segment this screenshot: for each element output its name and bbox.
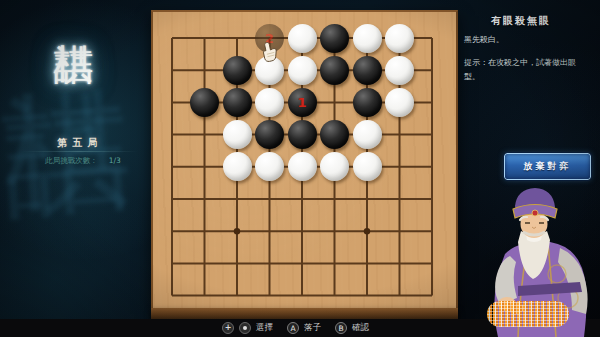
left-stick-icon (239, 322, 251, 334)
b-button-icon: B (335, 322, 347, 334)
forfeit-button[interactable]: 放棄對弈 (504, 153, 591, 180)
puzzle-title: 有眼殺無眼 (458, 14, 584, 28)
black-stone (320, 24, 349, 53)
forfeit-button-label: 放棄對弈 (524, 160, 572, 173)
white-stone (385, 88, 414, 117)
attempts-counter: 此局挑戰次數： 1/3 (20, 156, 146, 166)
black-stone (353, 56, 382, 85)
confirm-hint-label: 確認 (352, 322, 369, 334)
black-stone (320, 56, 349, 85)
game-screen: 詰棋 詰棋 第五局 此局挑戰次數： 1/3 21 有眼殺無眼 黑先殺白。 提示：… (0, 0, 600, 337)
black-stone (223, 56, 252, 85)
puzzle-objective: 黑先殺白。 (464, 34, 504, 45)
puzzle-hint: 提示：在攻殺之中，試著做出眼型。 (464, 56, 587, 84)
black-stone (255, 120, 284, 149)
place-stone-hint-label: 落子 (304, 322, 321, 334)
black-stone (320, 120, 349, 149)
attempts-label: 此局挑戰次數： (45, 156, 98, 166)
watermark (487, 301, 569, 327)
round-label: 第五局 (18, 136, 142, 150)
black-stone (190, 88, 219, 117)
dpad-icon: + (222, 322, 234, 334)
black-stone (353, 88, 382, 117)
white-stone (288, 24, 317, 53)
white-stone (353, 152, 382, 181)
white-stone (288, 56, 317, 85)
black-stone: 1 (288, 88, 317, 117)
black-stone (223, 88, 252, 117)
attempts-value: 1/3 (109, 156, 121, 166)
select-hint-label: 選擇 (256, 322, 273, 334)
white-stone (223, 152, 252, 181)
white-stone (353, 24, 382, 53)
white-stone (223, 120, 252, 149)
white-stone (385, 56, 414, 85)
a-button-icon: A (287, 322, 299, 334)
move-number-marker: 1 (288, 88, 317, 117)
white-stone (385, 24, 414, 53)
white-stone (255, 88, 284, 117)
white-stone (353, 120, 382, 149)
white-stone (288, 152, 317, 181)
black-stone (288, 120, 317, 149)
divider (22, 151, 138, 152)
go-board[interactable]: 21 (151, 10, 458, 308)
